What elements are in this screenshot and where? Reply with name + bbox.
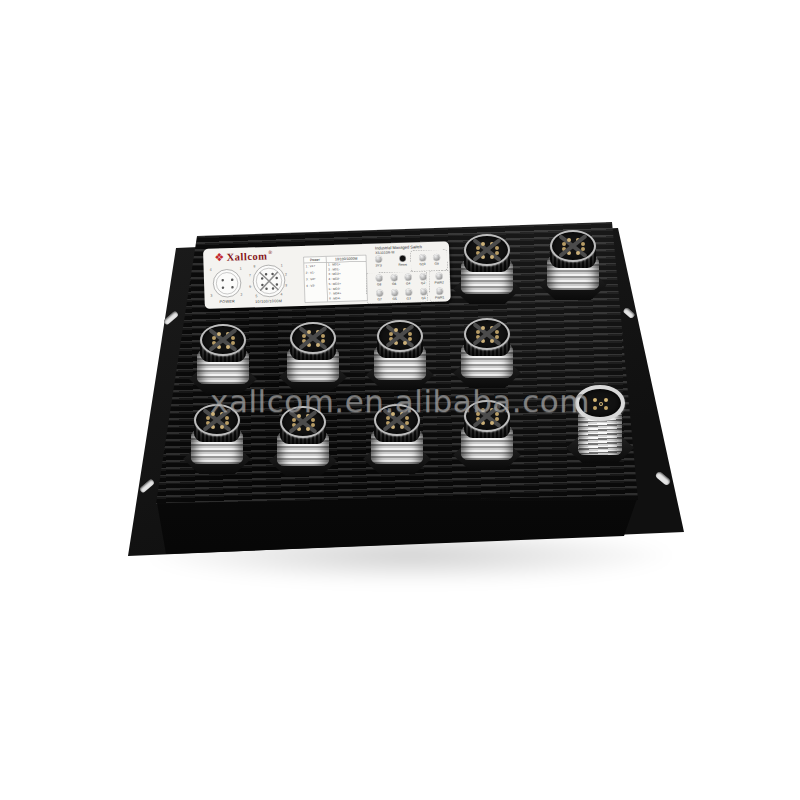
led-lamp xyxy=(391,274,398,281)
led-lamp xyxy=(436,273,443,280)
led-label: G8 xyxy=(377,282,381,286)
connector-pins xyxy=(217,420,219,422)
led-panel: SYS Reset G10 G9 G8 G6 G4 G2 xyxy=(203,241,451,309)
led-g9: G9 xyxy=(427,254,445,266)
led-lamp xyxy=(419,255,426,262)
connector-pins xyxy=(223,340,225,342)
led-lamp xyxy=(420,288,427,295)
connector-face xyxy=(464,318,510,350)
product-photo: ❖ Xallcom ® 4 1 3 2 POWER 1 2 3 4 5 6 7 … xyxy=(0,0,800,800)
reset-hole xyxy=(400,256,406,262)
m12-data-connector xyxy=(538,230,608,306)
led-lamp xyxy=(420,274,427,281)
led-label: G10 xyxy=(419,262,425,266)
connector-face xyxy=(377,320,423,352)
led-lamp xyxy=(405,274,412,281)
alibaba-watermark: xallcom.en.alibaba.com xyxy=(160,383,640,419)
led-label: Reset xyxy=(398,263,407,267)
connector-pins xyxy=(573,246,575,248)
connector-pins xyxy=(487,334,489,336)
led-lamp xyxy=(433,254,440,261)
led-lamp xyxy=(391,289,398,296)
connector-face xyxy=(290,322,336,354)
led-label: G9 xyxy=(434,262,438,266)
led-label: G2 xyxy=(421,281,425,285)
led-label: SYS xyxy=(375,263,382,267)
connector-face xyxy=(550,230,596,262)
led-sys: SYS xyxy=(369,256,387,268)
connector-pins xyxy=(303,422,305,424)
led-lamp xyxy=(405,289,412,296)
connector-pins xyxy=(400,336,402,338)
led-pwr1: PWR1 xyxy=(430,288,448,300)
led-lamp xyxy=(436,288,443,295)
m12-data-connector xyxy=(452,234,522,310)
product-label: ❖ Xallcom ® 4 1 3 2 POWER 1 2 3 4 5 6 7 … xyxy=(203,241,451,309)
connector-pins xyxy=(397,420,399,422)
connector-face xyxy=(200,324,246,356)
led-label: G6 xyxy=(392,282,396,286)
led-label: G4 xyxy=(406,282,410,286)
led-lamp xyxy=(376,290,383,297)
connector-face xyxy=(464,234,510,266)
led-label: G5 xyxy=(392,297,396,301)
led-label: G1 xyxy=(421,296,425,300)
led-label: PWR2 xyxy=(434,280,443,284)
led-pwr2: PWR2 xyxy=(430,273,448,285)
led-lamp xyxy=(376,275,383,282)
led-label: PWR1 xyxy=(435,295,444,299)
reset-button: Reset xyxy=(393,255,411,267)
led-label: G3 xyxy=(406,296,410,300)
connector-pins xyxy=(487,250,489,252)
led-label: G7 xyxy=(377,297,381,301)
led-lamp xyxy=(375,256,382,263)
connector-pins xyxy=(313,338,315,340)
